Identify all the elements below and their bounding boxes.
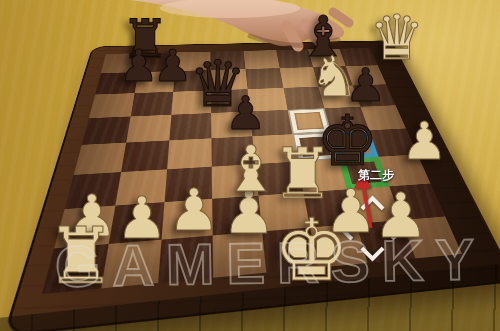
- step-label: 第二步: [358, 167, 394, 184]
- square-e8[interactable]: [244, 50, 280, 69]
- square-c4[interactable]: [167, 138, 212, 169]
- square-a5[interactable]: [82, 116, 131, 144]
- square-a4[interactable]: [74, 143, 126, 175]
- square-b5[interactable]: [126, 115, 171, 143]
- game-scene: ♜♟♟♛♟♝♚♟♞♛♟♟♟♟♟♟♟♝♜♚♜ 第二步 GAMERSKY: [0, 0, 500, 331]
- hand-highlight: [160, 0, 300, 18]
- square-b4[interactable]: [121, 140, 169, 172]
- square-a6[interactable]: [89, 93, 135, 118]
- square-b6[interactable]: [131, 92, 174, 117]
